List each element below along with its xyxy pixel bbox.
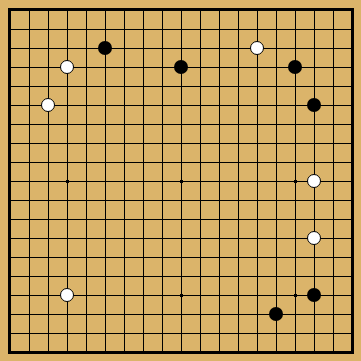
intersection[interactable] xyxy=(229,210,248,229)
intersection[interactable] xyxy=(58,115,77,134)
intersection[interactable] xyxy=(172,1,191,20)
intersection[interactable] xyxy=(324,153,343,172)
intersection[interactable] xyxy=(96,1,115,20)
intersection[interactable] xyxy=(1,39,20,58)
intersection[interactable] xyxy=(305,115,324,134)
intersection[interactable] xyxy=(305,39,324,58)
intersection[interactable] xyxy=(267,229,286,248)
intersection[interactable] xyxy=(115,58,134,77)
intersection[interactable] xyxy=(153,267,172,286)
intersection[interactable] xyxy=(324,324,343,343)
intersection[interactable] xyxy=(115,20,134,39)
intersection[interactable] xyxy=(286,172,305,191)
intersection[interactable] xyxy=(153,305,172,324)
intersection[interactable] xyxy=(134,115,153,134)
intersection[interactable] xyxy=(134,267,153,286)
intersection[interactable] xyxy=(1,153,20,172)
intersection[interactable] xyxy=(324,20,343,39)
intersection[interactable] xyxy=(248,286,267,305)
intersection[interactable] xyxy=(77,153,96,172)
intersection[interactable] xyxy=(324,58,343,77)
intersection[interactable] xyxy=(20,248,39,267)
intersection[interactable] xyxy=(77,210,96,229)
intersection[interactable] xyxy=(248,134,267,153)
intersection[interactable] xyxy=(134,248,153,267)
intersection[interactable] xyxy=(305,153,324,172)
intersection[interactable] xyxy=(286,153,305,172)
intersection[interactable] xyxy=(210,58,229,77)
intersection[interactable] xyxy=(58,324,77,343)
intersection[interactable] xyxy=(305,1,324,20)
intersection[interactable] xyxy=(96,58,115,77)
intersection[interactable] xyxy=(248,20,267,39)
intersection[interactable] xyxy=(210,229,229,248)
intersection[interactable] xyxy=(286,1,305,20)
intersection[interactable] xyxy=(77,39,96,58)
intersection[interactable] xyxy=(248,115,267,134)
intersection[interactable] xyxy=(115,229,134,248)
intersection[interactable] xyxy=(96,77,115,96)
intersection[interactable] xyxy=(191,20,210,39)
intersection[interactable] xyxy=(1,248,20,267)
intersection[interactable] xyxy=(229,20,248,39)
intersection[interactable] xyxy=(305,286,324,305)
intersection[interactable] xyxy=(39,39,58,58)
intersection[interactable] xyxy=(324,267,343,286)
intersection[interactable] xyxy=(172,39,191,58)
intersection[interactable] xyxy=(305,267,324,286)
intersection[interactable] xyxy=(1,134,20,153)
intersection[interactable] xyxy=(77,20,96,39)
intersection[interactable] xyxy=(96,39,115,58)
intersection[interactable] xyxy=(134,343,153,361)
intersection[interactable] xyxy=(191,96,210,115)
intersection[interactable] xyxy=(229,134,248,153)
intersection[interactable] xyxy=(343,267,361,286)
intersection[interactable] xyxy=(229,172,248,191)
intersection[interactable] xyxy=(324,210,343,229)
intersection[interactable] xyxy=(267,77,286,96)
intersection[interactable] xyxy=(229,229,248,248)
intersection[interactable] xyxy=(286,248,305,267)
intersection[interactable] xyxy=(58,134,77,153)
intersection[interactable] xyxy=(229,191,248,210)
intersection[interactable] xyxy=(343,20,361,39)
intersection[interactable] xyxy=(96,96,115,115)
intersection[interactable] xyxy=(96,343,115,361)
intersection[interactable] xyxy=(229,324,248,343)
intersection[interactable] xyxy=(96,324,115,343)
intersection[interactable] xyxy=(115,96,134,115)
intersection[interactable] xyxy=(20,210,39,229)
intersection[interactable] xyxy=(20,229,39,248)
intersection[interactable] xyxy=(248,96,267,115)
intersection[interactable] xyxy=(324,77,343,96)
intersection[interactable] xyxy=(172,134,191,153)
intersection[interactable] xyxy=(248,267,267,286)
intersection[interactable] xyxy=(229,96,248,115)
intersection[interactable] xyxy=(96,229,115,248)
intersection[interactable] xyxy=(134,286,153,305)
intersection[interactable] xyxy=(153,39,172,58)
intersection[interactable] xyxy=(343,77,361,96)
intersection[interactable] xyxy=(324,343,343,361)
intersection[interactable] xyxy=(305,134,324,153)
intersection[interactable] xyxy=(20,191,39,210)
intersection[interactable] xyxy=(248,39,267,58)
intersection[interactable] xyxy=(343,210,361,229)
intersection[interactable] xyxy=(210,210,229,229)
intersection[interactable] xyxy=(96,134,115,153)
intersection[interactable] xyxy=(172,153,191,172)
intersection[interactable] xyxy=(210,267,229,286)
intersection[interactable] xyxy=(153,191,172,210)
intersection[interactable] xyxy=(248,58,267,77)
intersection[interactable] xyxy=(153,77,172,96)
intersection[interactable] xyxy=(191,229,210,248)
intersection[interactable] xyxy=(343,305,361,324)
intersection[interactable] xyxy=(191,153,210,172)
intersection[interactable] xyxy=(77,1,96,20)
intersection[interactable] xyxy=(115,1,134,20)
intersection[interactable] xyxy=(153,286,172,305)
intersection[interactable] xyxy=(1,1,20,20)
intersection[interactable] xyxy=(115,286,134,305)
intersection[interactable] xyxy=(96,267,115,286)
intersection[interactable] xyxy=(39,248,58,267)
intersection[interactable] xyxy=(191,286,210,305)
intersection[interactable] xyxy=(286,210,305,229)
intersection[interactable] xyxy=(58,77,77,96)
intersection[interactable] xyxy=(191,77,210,96)
intersection[interactable] xyxy=(77,191,96,210)
intersection[interactable] xyxy=(153,172,172,191)
intersection[interactable] xyxy=(343,191,361,210)
intersection[interactable] xyxy=(172,77,191,96)
intersection[interactable] xyxy=(210,115,229,134)
intersection[interactable] xyxy=(210,39,229,58)
intersection[interactable] xyxy=(115,134,134,153)
intersection[interactable] xyxy=(134,210,153,229)
intersection[interactable] xyxy=(267,343,286,361)
intersection[interactable] xyxy=(153,210,172,229)
intersection[interactable] xyxy=(77,248,96,267)
intersection[interactable] xyxy=(229,39,248,58)
intersection[interactable] xyxy=(134,20,153,39)
intersection[interactable] xyxy=(248,191,267,210)
intersection[interactable] xyxy=(305,20,324,39)
intersection[interactable] xyxy=(248,305,267,324)
intersection[interactable] xyxy=(343,134,361,153)
intersection[interactable] xyxy=(39,210,58,229)
intersection[interactable] xyxy=(1,115,20,134)
intersection[interactable] xyxy=(96,153,115,172)
intersection[interactable] xyxy=(20,77,39,96)
intersection[interactable] xyxy=(39,286,58,305)
intersection[interactable] xyxy=(1,172,20,191)
intersection[interactable] xyxy=(286,286,305,305)
intersection[interactable] xyxy=(172,267,191,286)
intersection[interactable] xyxy=(305,172,324,191)
intersection[interactable] xyxy=(210,20,229,39)
intersection[interactable] xyxy=(172,96,191,115)
intersection[interactable] xyxy=(39,172,58,191)
intersection[interactable] xyxy=(248,1,267,20)
intersection[interactable] xyxy=(20,324,39,343)
intersection[interactable] xyxy=(210,134,229,153)
intersection[interactable] xyxy=(286,229,305,248)
intersection[interactable] xyxy=(153,115,172,134)
intersection[interactable] xyxy=(210,191,229,210)
intersection[interactable] xyxy=(39,20,58,39)
intersection[interactable] xyxy=(267,210,286,229)
intersection[interactable] xyxy=(58,343,77,361)
intersection[interactable] xyxy=(20,267,39,286)
intersection[interactable] xyxy=(20,343,39,361)
intersection[interactable] xyxy=(191,248,210,267)
intersection[interactable] xyxy=(20,20,39,39)
intersection[interactable] xyxy=(305,229,324,248)
intersection[interactable] xyxy=(58,39,77,58)
intersection[interactable] xyxy=(115,172,134,191)
intersection[interactable] xyxy=(153,1,172,20)
intersection[interactable] xyxy=(115,324,134,343)
intersection[interactable] xyxy=(20,286,39,305)
intersection[interactable] xyxy=(134,324,153,343)
intersection[interactable] xyxy=(153,229,172,248)
intersection[interactable] xyxy=(134,1,153,20)
intersection[interactable] xyxy=(96,305,115,324)
intersection[interactable] xyxy=(58,96,77,115)
intersection[interactable] xyxy=(343,229,361,248)
intersection[interactable] xyxy=(96,191,115,210)
intersection[interactable] xyxy=(1,20,20,39)
intersection[interactable] xyxy=(267,134,286,153)
intersection[interactable] xyxy=(343,172,361,191)
intersection[interactable] xyxy=(134,191,153,210)
intersection[interactable] xyxy=(20,153,39,172)
intersection[interactable] xyxy=(229,343,248,361)
intersection[interactable] xyxy=(58,267,77,286)
intersection[interactable] xyxy=(39,134,58,153)
intersection[interactable] xyxy=(267,115,286,134)
intersection[interactable] xyxy=(115,39,134,58)
intersection[interactable] xyxy=(39,1,58,20)
intersection[interactable] xyxy=(267,267,286,286)
intersection[interactable] xyxy=(1,267,20,286)
intersection[interactable] xyxy=(324,248,343,267)
intersection[interactable] xyxy=(77,286,96,305)
intersection[interactable] xyxy=(58,20,77,39)
intersection[interactable] xyxy=(267,305,286,324)
intersection[interactable] xyxy=(39,343,58,361)
intersection[interactable] xyxy=(343,248,361,267)
intersection[interactable] xyxy=(286,96,305,115)
intersection[interactable] xyxy=(1,343,20,361)
intersection[interactable] xyxy=(39,305,58,324)
intersection[interactable] xyxy=(115,191,134,210)
intersection[interactable] xyxy=(77,229,96,248)
intersection[interactable] xyxy=(77,58,96,77)
intersection[interactable] xyxy=(1,210,20,229)
intersection[interactable] xyxy=(96,20,115,39)
intersection[interactable] xyxy=(267,286,286,305)
intersection[interactable] xyxy=(305,324,324,343)
intersection[interactable] xyxy=(286,343,305,361)
intersection[interactable] xyxy=(153,134,172,153)
intersection[interactable] xyxy=(20,172,39,191)
intersection[interactable] xyxy=(58,210,77,229)
intersection[interactable] xyxy=(153,20,172,39)
intersection[interactable] xyxy=(39,153,58,172)
intersection[interactable] xyxy=(39,191,58,210)
intersection[interactable] xyxy=(286,267,305,286)
intersection[interactable] xyxy=(191,58,210,77)
intersection[interactable] xyxy=(210,96,229,115)
intersection[interactable] xyxy=(286,58,305,77)
intersection[interactable] xyxy=(96,248,115,267)
intersection[interactable] xyxy=(153,153,172,172)
intersection[interactable] xyxy=(248,77,267,96)
intersection[interactable] xyxy=(172,229,191,248)
intersection[interactable] xyxy=(267,153,286,172)
intersection[interactable] xyxy=(324,134,343,153)
intersection[interactable] xyxy=(77,172,96,191)
intersection[interactable] xyxy=(343,58,361,77)
intersection[interactable] xyxy=(20,134,39,153)
intersection[interactable] xyxy=(324,305,343,324)
intersection[interactable] xyxy=(20,1,39,20)
intersection[interactable] xyxy=(210,77,229,96)
intersection[interactable] xyxy=(305,96,324,115)
intersection[interactable] xyxy=(77,267,96,286)
intersection[interactable] xyxy=(39,115,58,134)
intersection[interactable] xyxy=(20,58,39,77)
intersection[interactable] xyxy=(229,1,248,20)
intersection[interactable] xyxy=(210,248,229,267)
intersection[interactable] xyxy=(324,96,343,115)
intersection[interactable] xyxy=(191,343,210,361)
intersection[interactable] xyxy=(305,343,324,361)
intersection[interactable] xyxy=(172,248,191,267)
intersection[interactable] xyxy=(58,1,77,20)
intersection[interactable] xyxy=(39,58,58,77)
intersection[interactable] xyxy=(191,172,210,191)
intersection[interactable] xyxy=(248,172,267,191)
intersection[interactable] xyxy=(77,343,96,361)
intersection[interactable] xyxy=(1,324,20,343)
intersection[interactable] xyxy=(229,267,248,286)
intersection[interactable] xyxy=(58,58,77,77)
intersection[interactable] xyxy=(210,343,229,361)
intersection[interactable] xyxy=(248,343,267,361)
intersection[interactable] xyxy=(1,286,20,305)
intersection[interactable] xyxy=(172,115,191,134)
intersection[interactable] xyxy=(191,267,210,286)
intersection[interactable] xyxy=(115,77,134,96)
intersection[interactable] xyxy=(153,324,172,343)
intersection[interactable] xyxy=(267,191,286,210)
intersection[interactable] xyxy=(1,229,20,248)
intersection[interactable] xyxy=(77,96,96,115)
intersection[interactable] xyxy=(343,286,361,305)
intersection[interactable] xyxy=(58,153,77,172)
intersection[interactable] xyxy=(77,115,96,134)
intersection[interactable] xyxy=(191,39,210,58)
intersection[interactable] xyxy=(343,1,361,20)
intersection[interactable] xyxy=(305,305,324,324)
intersection[interactable] xyxy=(210,1,229,20)
intersection[interactable] xyxy=(210,305,229,324)
intersection[interactable] xyxy=(229,58,248,77)
intersection[interactable] xyxy=(153,96,172,115)
intersection[interactable] xyxy=(1,96,20,115)
intersection[interactable] xyxy=(1,191,20,210)
intersection[interactable] xyxy=(324,39,343,58)
intersection[interactable] xyxy=(248,248,267,267)
intersection[interactable] xyxy=(267,172,286,191)
intersection[interactable] xyxy=(96,115,115,134)
intersection[interactable] xyxy=(267,58,286,77)
intersection[interactable] xyxy=(172,58,191,77)
intersection[interactable] xyxy=(172,286,191,305)
intersection[interactable] xyxy=(286,77,305,96)
intersection[interactable] xyxy=(286,324,305,343)
intersection[interactable] xyxy=(115,210,134,229)
intersection[interactable] xyxy=(248,229,267,248)
intersection[interactable] xyxy=(172,305,191,324)
intersection[interactable] xyxy=(229,153,248,172)
intersection[interactable] xyxy=(172,210,191,229)
intersection[interactable] xyxy=(286,305,305,324)
intersection[interactable] xyxy=(39,96,58,115)
intersection[interactable] xyxy=(248,153,267,172)
intersection[interactable] xyxy=(172,324,191,343)
intersection[interactable] xyxy=(324,191,343,210)
intersection[interactable] xyxy=(324,229,343,248)
intersection[interactable] xyxy=(286,39,305,58)
intersection[interactable] xyxy=(210,172,229,191)
intersection[interactable] xyxy=(96,172,115,191)
intersection[interactable] xyxy=(134,134,153,153)
intersection[interactable] xyxy=(77,134,96,153)
intersection[interactable] xyxy=(153,58,172,77)
intersection[interactable] xyxy=(191,324,210,343)
intersection[interactable] xyxy=(58,286,77,305)
intersection[interactable] xyxy=(191,191,210,210)
intersection[interactable] xyxy=(248,210,267,229)
intersection[interactable] xyxy=(1,305,20,324)
intersection[interactable] xyxy=(305,191,324,210)
intersection[interactable] xyxy=(191,1,210,20)
intersection[interactable] xyxy=(134,96,153,115)
intersection[interactable] xyxy=(286,134,305,153)
intersection[interactable] xyxy=(191,210,210,229)
intersection[interactable] xyxy=(324,115,343,134)
intersection[interactable] xyxy=(153,248,172,267)
intersection[interactable] xyxy=(58,229,77,248)
intersection[interactable] xyxy=(229,286,248,305)
intersection[interactable] xyxy=(58,305,77,324)
intersection[interactable] xyxy=(229,77,248,96)
intersection[interactable] xyxy=(77,324,96,343)
intersection[interactable] xyxy=(267,248,286,267)
intersection[interactable] xyxy=(343,39,361,58)
intersection[interactable] xyxy=(134,305,153,324)
intersection[interactable] xyxy=(324,172,343,191)
intersection[interactable] xyxy=(1,77,20,96)
intersection[interactable] xyxy=(39,229,58,248)
